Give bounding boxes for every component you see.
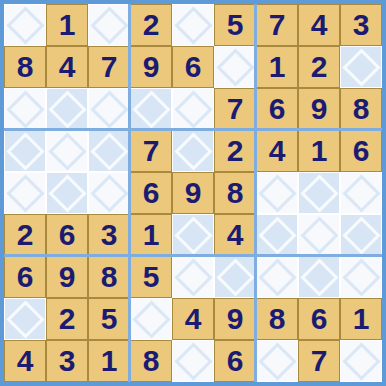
diamond-icon [48, 90, 86, 128]
cell-r6c4[interactable]: 1 [130, 214, 172, 256]
cell-r7c9[interactable] [340, 256, 382, 298]
cell-value: 9 [143, 52, 160, 82]
cell-r3c3[interactable] [88, 88, 130, 130]
cell-value: 4 [17, 346, 34, 376]
cell-r6c8[interactable] [298, 214, 340, 256]
cell-value: 6 [143, 178, 160, 208]
cell-r7c8[interactable] [298, 256, 340, 298]
diamond-icon [342, 174, 380, 212]
cell-value: 7 [143, 136, 160, 166]
cell-value: 1 [59, 10, 76, 40]
cell-r8c4[interactable] [130, 298, 172, 340]
diamond-icon [6, 90, 44, 128]
diamond-icon [342, 48, 380, 86]
cell-r7c2[interactable]: 9 [46, 256, 88, 298]
cell-r2c4[interactable]: 9 [130, 46, 172, 88]
cell-r4c4[interactable]: 7 [130, 130, 172, 172]
cell-value: 6 [311, 304, 328, 334]
cell-r1c3[interactable] [88, 4, 130, 46]
cell-value: 8 [143, 346, 160, 376]
cell-r8c9[interactable]: 1 [340, 298, 382, 340]
cell-value: 7 [101, 52, 118, 82]
cell-value: 4 [185, 304, 202, 334]
diamond-icon [300, 174, 338, 212]
box-separator-horizontal-2 [4, 254, 382, 257]
cell-r9c7[interactable] [256, 340, 298, 382]
cell-r1c7[interactable]: 7 [256, 4, 298, 46]
diamond-icon [174, 342, 212, 380]
cell-r9c4[interactable]: 8 [130, 340, 172, 382]
diamond-icon [90, 132, 128, 170]
cell-r4c3[interactable] [88, 130, 130, 172]
cell-r5c7[interactable] [256, 172, 298, 214]
cell-r4c7[interactable]: 4 [256, 130, 298, 172]
diamond-icon [90, 6, 128, 44]
cell-r9c6[interactable]: 6 [214, 340, 256, 382]
cell-r9c3[interactable]: 1 [88, 340, 130, 382]
diamond-icon [132, 90, 170, 128]
diamond-icon [48, 174, 86, 212]
cell-r7c1[interactable]: 6 [4, 256, 46, 298]
cell-r7c7[interactable] [256, 256, 298, 298]
cell-r9c2[interactable]: 3 [46, 340, 88, 382]
cell-r2c6[interactable] [214, 46, 256, 88]
cell-r9c1[interactable]: 4 [4, 340, 46, 382]
cell-r6c9[interactable] [340, 214, 382, 256]
cell-r7c3[interactable]: 8 [88, 256, 130, 298]
cell-r1c8[interactable]: 4 [298, 4, 340, 46]
diamond-icon [258, 342, 296, 380]
cell-r1c9[interactable]: 3 [340, 4, 382, 46]
cell-r9c5[interactable] [172, 340, 214, 382]
diamond-icon [90, 174, 128, 212]
cell-value: 7 [269, 10, 286, 40]
cell-r3c2[interactable] [46, 88, 88, 130]
cell-value: 4 [227, 220, 244, 250]
cell-r3c4[interactable] [130, 88, 172, 130]
cell-r3c6[interactable]: 7 [214, 88, 256, 130]
diamond-icon [300, 258, 338, 296]
cell-r1c1[interactable] [4, 4, 46, 46]
cell-r8c5[interactable]: 4 [172, 298, 214, 340]
cell-value: 9 [311, 94, 328, 124]
box-separator-horizontal-1 [4, 128, 382, 131]
cell-value: 6 [185, 52, 202, 82]
cell-value: 7 [227, 94, 244, 124]
cell-value: 5 [227, 10, 244, 40]
cell-r3c9[interactable]: 8 [340, 88, 382, 130]
diamond-icon [174, 216, 212, 254]
cell-r6c6[interactable]: 4 [214, 214, 256, 256]
cell-r3c8[interactable]: 9 [298, 88, 340, 130]
cell-r4c1[interactable] [4, 130, 46, 172]
cell-r4c5[interactable] [172, 130, 214, 172]
cell-r2c7[interactable]: 1 [256, 46, 298, 88]
cell-value: 3 [59, 346, 76, 376]
cell-r6c3[interactable]: 3 [88, 214, 130, 256]
cell-r8c7[interactable]: 8 [256, 298, 298, 340]
cell-value: 6 [353, 136, 370, 166]
diamond-icon [6, 174, 44, 212]
cell-r3c5[interactable] [172, 88, 214, 130]
cell-value: 1 [101, 346, 118, 376]
cell-r5c2[interactable] [46, 172, 88, 214]
cell-value: 8 [227, 178, 244, 208]
cell-r6c1[interactable]: 2 [4, 214, 46, 256]
cell-r4c9[interactable]: 6 [340, 130, 382, 172]
cell-r7c4[interactable]: 5 [130, 256, 172, 298]
cell-r1c2[interactable]: 1 [46, 4, 88, 46]
cell-value: 5 [101, 304, 118, 334]
cell-value: 4 [59, 52, 76, 82]
cell-value: 6 [227, 346, 244, 376]
cell-r1c5[interactable] [172, 4, 214, 46]
diamond-icon [216, 48, 254, 86]
cell-value: 1 [311, 136, 328, 166]
cell-r7c6[interactable] [214, 256, 256, 298]
diamond-icon [300, 216, 338, 254]
cell-value: 6 [269, 94, 286, 124]
cell-value: 5 [143, 262, 160, 292]
diamond-icon [6, 300, 44, 338]
diamond-icon [174, 6, 212, 44]
cell-value: 2 [311, 52, 328, 82]
cell-r4c2[interactable] [46, 130, 88, 172]
cell-r8c1[interactable] [4, 298, 46, 340]
cell-r5c4[interactable]: 6 [130, 172, 172, 214]
box-separator-vertical-1 [128, 4, 131, 382]
sudoku-grid: 1257438479612769872416698263146985254986… [4, 4, 382, 382]
cell-r8c2[interactable]: 2 [46, 298, 88, 340]
cell-r3c1[interactable] [4, 88, 46, 130]
cell-r5c1[interactable] [4, 172, 46, 214]
cell-value: 9 [185, 178, 202, 208]
cell-r1c4[interactable]: 2 [130, 4, 172, 46]
diamond-icon [48, 132, 86, 170]
cell-r8c3[interactable]: 5 [88, 298, 130, 340]
sudoku-board: 1257438479612769872416698263146985254986… [0, 0, 386, 386]
cell-r6c5[interactable] [172, 214, 214, 256]
cell-r6c2[interactable]: 6 [46, 214, 88, 256]
cell-value: 9 [227, 304, 244, 334]
cell-r3c7[interactable]: 6 [256, 88, 298, 130]
diamond-icon [258, 174, 296, 212]
cell-r9c8[interactable]: 7 [298, 340, 340, 382]
diamond-icon [342, 342, 380, 380]
cell-value: 1 [269, 52, 286, 82]
cell-value: 3 [353, 10, 370, 40]
cell-r7c5[interactable] [172, 256, 214, 298]
cell-r2c5[interactable]: 6 [172, 46, 214, 88]
cell-r4c6[interactable]: 2 [214, 130, 256, 172]
diamond-icon [174, 90, 212, 128]
diamond-icon [342, 216, 380, 254]
cell-value: 4 [311, 10, 328, 40]
diamond-icon [6, 6, 44, 44]
cell-r5c6[interactable]: 8 [214, 172, 256, 214]
cell-value: 9 [59, 262, 76, 292]
cell-value: 6 [59, 220, 76, 250]
cell-r4c8[interactable]: 1 [298, 130, 340, 172]
cell-r2c3[interactable]: 7 [88, 46, 130, 88]
cell-r2c1[interactable]: 8 [4, 46, 46, 88]
cell-r5c8[interactable] [298, 172, 340, 214]
cell-r2c2[interactable]: 4 [46, 46, 88, 88]
cell-r2c9[interactable] [340, 46, 382, 88]
diamond-icon [132, 300, 170, 338]
diamond-icon [258, 258, 296, 296]
cell-r2c8[interactable]: 2 [298, 46, 340, 88]
cell-r9c9[interactable] [340, 340, 382, 382]
diamond-icon [258, 216, 296, 254]
cell-value: 2 [143, 10, 160, 40]
cell-r8c6[interactable]: 9 [214, 298, 256, 340]
cell-value: 2 [59, 304, 76, 334]
cell-value: 3 [101, 220, 118, 250]
cell-value: 2 [227, 136, 244, 166]
cell-value: 8 [353, 94, 370, 124]
diamond-icon [174, 258, 212, 296]
diamond-icon [174, 132, 212, 170]
cell-r6c7[interactable] [256, 214, 298, 256]
cell-value: 8 [101, 262, 118, 292]
cell-value: 7 [311, 346, 328, 376]
cell-r1c6[interactable]: 5 [214, 4, 256, 46]
cell-value: 4 [269, 136, 286, 166]
cell-r5c5[interactable]: 9 [172, 172, 214, 214]
cell-value: 2 [17, 220, 34, 250]
cell-value: 1 [353, 304, 370, 334]
diamond-icon [342, 258, 380, 296]
cell-value: 6 [17, 262, 34, 292]
cell-value: 8 [269, 304, 286, 334]
cell-value: 1 [143, 220, 160, 250]
diamond-icon [90, 90, 128, 128]
cell-value: 8 [17, 52, 34, 82]
cell-r8c8[interactable]: 6 [298, 298, 340, 340]
box-separator-vertical-2 [254, 4, 257, 382]
diamond-icon [216, 258, 254, 296]
cell-r5c9[interactable] [340, 172, 382, 214]
diamond-icon [6, 132, 44, 170]
cell-r5c3[interactable] [88, 172, 130, 214]
